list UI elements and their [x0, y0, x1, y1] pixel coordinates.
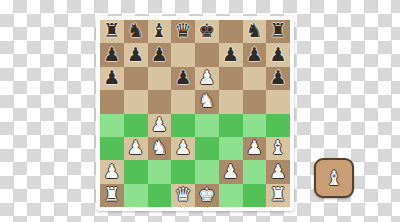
square-g3[interactable]: ♟ [243, 137, 267, 160]
square-b6[interactable] [124, 67, 148, 90]
piece-black-bishop[interactable]: ♝ [151, 21, 168, 40]
square-b7[interactable]: ♟ [124, 43, 148, 66]
square-g1[interactable] [243, 184, 267, 207]
square-f5[interactable] [219, 90, 243, 113]
square-b2[interactable] [124, 160, 148, 183]
piece-white-pawn[interactable]: ♟ [175, 138, 192, 157]
white-bishop-icon: ♝ [325, 168, 343, 188]
piece-white-knight[interactable]: ♞ [151, 138, 168, 157]
square-c1[interactable] [148, 184, 172, 207]
piece-black-pawn[interactable]: ♟ [270, 68, 287, 87]
square-a4[interactable] [100, 114, 124, 137]
square-f2[interactable]: ♟ [219, 160, 243, 183]
square-d1[interactable]: ♛ [171, 184, 195, 207]
piece-white-pawn[interactable]: ♟ [222, 162, 239, 181]
square-h5[interactable] [266, 90, 290, 113]
square-a6[interactable]: ♟ [100, 67, 124, 90]
piece-black-pawn[interactable]: ♟ [246, 45, 263, 64]
piece-black-pawn[interactable]: ♟ [222, 45, 239, 64]
square-d5[interactable] [171, 90, 195, 113]
piece-white-pawn[interactable]: ♟ [270, 162, 287, 181]
square-a3[interactable] [100, 137, 124, 160]
square-g6[interactable] [243, 67, 267, 90]
piece-white-pawn[interactable]: ♟ [246, 138, 263, 157]
square-h3[interactable]: ♝ [266, 137, 290, 160]
square-e2[interactable] [195, 160, 219, 183]
square-f7[interactable]: ♟ [219, 43, 243, 66]
square-b3[interactable]: ♟ [124, 137, 148, 160]
square-f8[interactable] [219, 20, 243, 43]
square-g4[interactable] [243, 114, 267, 137]
square-g8[interactable]: ♞ [243, 20, 267, 43]
piece-black-knight[interactable]: ♞ [127, 21, 144, 40]
square-d6[interactable]: ♟ [171, 67, 195, 90]
square-b1[interactable] [124, 184, 148, 207]
piece-black-pawn[interactable]: ♟ [103, 68, 120, 87]
piece-black-pawn[interactable]: ♟ [151, 45, 168, 64]
square-h2[interactable]: ♟ [266, 160, 290, 183]
piece-black-rook[interactable]: ♜ [103, 21, 120, 40]
square-e8[interactable]: ♚ [195, 20, 219, 43]
piece-black-pawn[interactable]: ♟ [103, 45, 120, 64]
square-e3[interactable] [195, 137, 219, 160]
square-h7[interactable]: ♟ [266, 43, 290, 66]
piece-white-king[interactable]: ♚ [198, 185, 215, 204]
square-c4[interactable]: ♟ [148, 114, 172, 137]
piece-white-pawn[interactable]: ♟ [198, 68, 215, 87]
square-d4[interactable] [171, 114, 195, 137]
square-a7[interactable]: ♟ [100, 43, 124, 66]
bishop-icon-button[interactable]: ♝ [314, 158, 354, 198]
square-a5[interactable] [100, 90, 124, 113]
piece-black-rook[interactable]: ♜ [270, 21, 287, 40]
square-a1[interactable]: ♜ [100, 184, 124, 207]
piece-white-bishop[interactable]: ♝ [270, 138, 287, 157]
square-f3[interactable] [219, 137, 243, 160]
square-g5[interactable] [243, 90, 267, 113]
square-e7[interactable] [195, 43, 219, 66]
piece-white-pawn[interactable]: ♟ [151, 115, 168, 134]
square-h4[interactable] [266, 114, 290, 137]
piece-white-rook[interactable]: ♜ [270, 185, 287, 204]
square-h6[interactable]: ♟ [266, 67, 290, 90]
square-c2[interactable] [148, 160, 172, 183]
square-a8[interactable]: ♜ [100, 20, 124, 43]
square-d3[interactable]: ♟ [171, 137, 195, 160]
square-c6[interactable] [148, 67, 172, 90]
square-c5[interactable] [148, 90, 172, 113]
piece-black-pawn[interactable]: ♟ [127, 45, 144, 64]
square-c7[interactable]: ♟ [148, 43, 172, 66]
square-f6[interactable] [219, 67, 243, 90]
piece-white-knight[interactable]: ♞ [198, 91, 215, 110]
piece-black-pawn[interactable]: ♟ [175, 68, 192, 87]
square-b5[interactable] [124, 90, 148, 113]
piece-black-knight[interactable]: ♞ [246, 21, 263, 40]
piece-black-queen[interactable]: ♛ [175, 21, 192, 40]
square-e5[interactable]: ♞ [195, 90, 219, 113]
square-d2[interactable] [171, 160, 195, 183]
square-d8[interactable]: ♛ [171, 20, 195, 43]
square-e4[interactable] [195, 114, 219, 137]
square-a2[interactable]: ♟ [100, 160, 124, 183]
page-background: ♜♞♝♛♚♞♜♟♟♟♟♟♟♟♟♟♟♞♟♟♞♟♟♝♟♟♟♜♛♚♜ ♝ [0, 0, 400, 222]
square-g7[interactable]: ♟ [243, 43, 267, 66]
square-h1[interactable]: ♜ [266, 184, 290, 207]
square-h8[interactable]: ♜ [266, 20, 290, 43]
square-c8[interactable]: ♝ [148, 20, 172, 43]
board-frame: ♜♞♝♛♚♞♜♟♟♟♟♟♟♟♟♟♟♞♟♟♞♟♟♝♟♟♟♜♛♚♜ [96, 16, 294, 211]
piece-black-pawn[interactable]: ♟ [270, 45, 287, 64]
square-f1[interactable] [219, 184, 243, 207]
square-e6[interactable]: ♟ [195, 67, 219, 90]
square-d7[interactable] [171, 43, 195, 66]
square-b4[interactable] [124, 114, 148, 137]
square-b8[interactable]: ♞ [124, 20, 148, 43]
square-f4[interactable] [219, 114, 243, 137]
chess-board: ♜♞♝♛♚♞♜♟♟♟♟♟♟♟♟♟♟♞♟♟♞♟♟♝♟♟♟♜♛♚♜ [100, 20, 290, 207]
piece-white-queen[interactable]: ♛ [175, 185, 192, 204]
piece-white-pawn[interactable]: ♟ [127, 138, 144, 157]
piece-white-pawn[interactable]: ♟ [103, 162, 120, 181]
square-e1[interactable]: ♚ [195, 184, 219, 207]
piece-white-rook[interactable]: ♜ [103, 185, 120, 204]
square-c3[interactable]: ♞ [148, 137, 172, 160]
piece-black-king[interactable]: ♚ [198, 21, 215, 40]
square-g2[interactable] [243, 160, 267, 183]
